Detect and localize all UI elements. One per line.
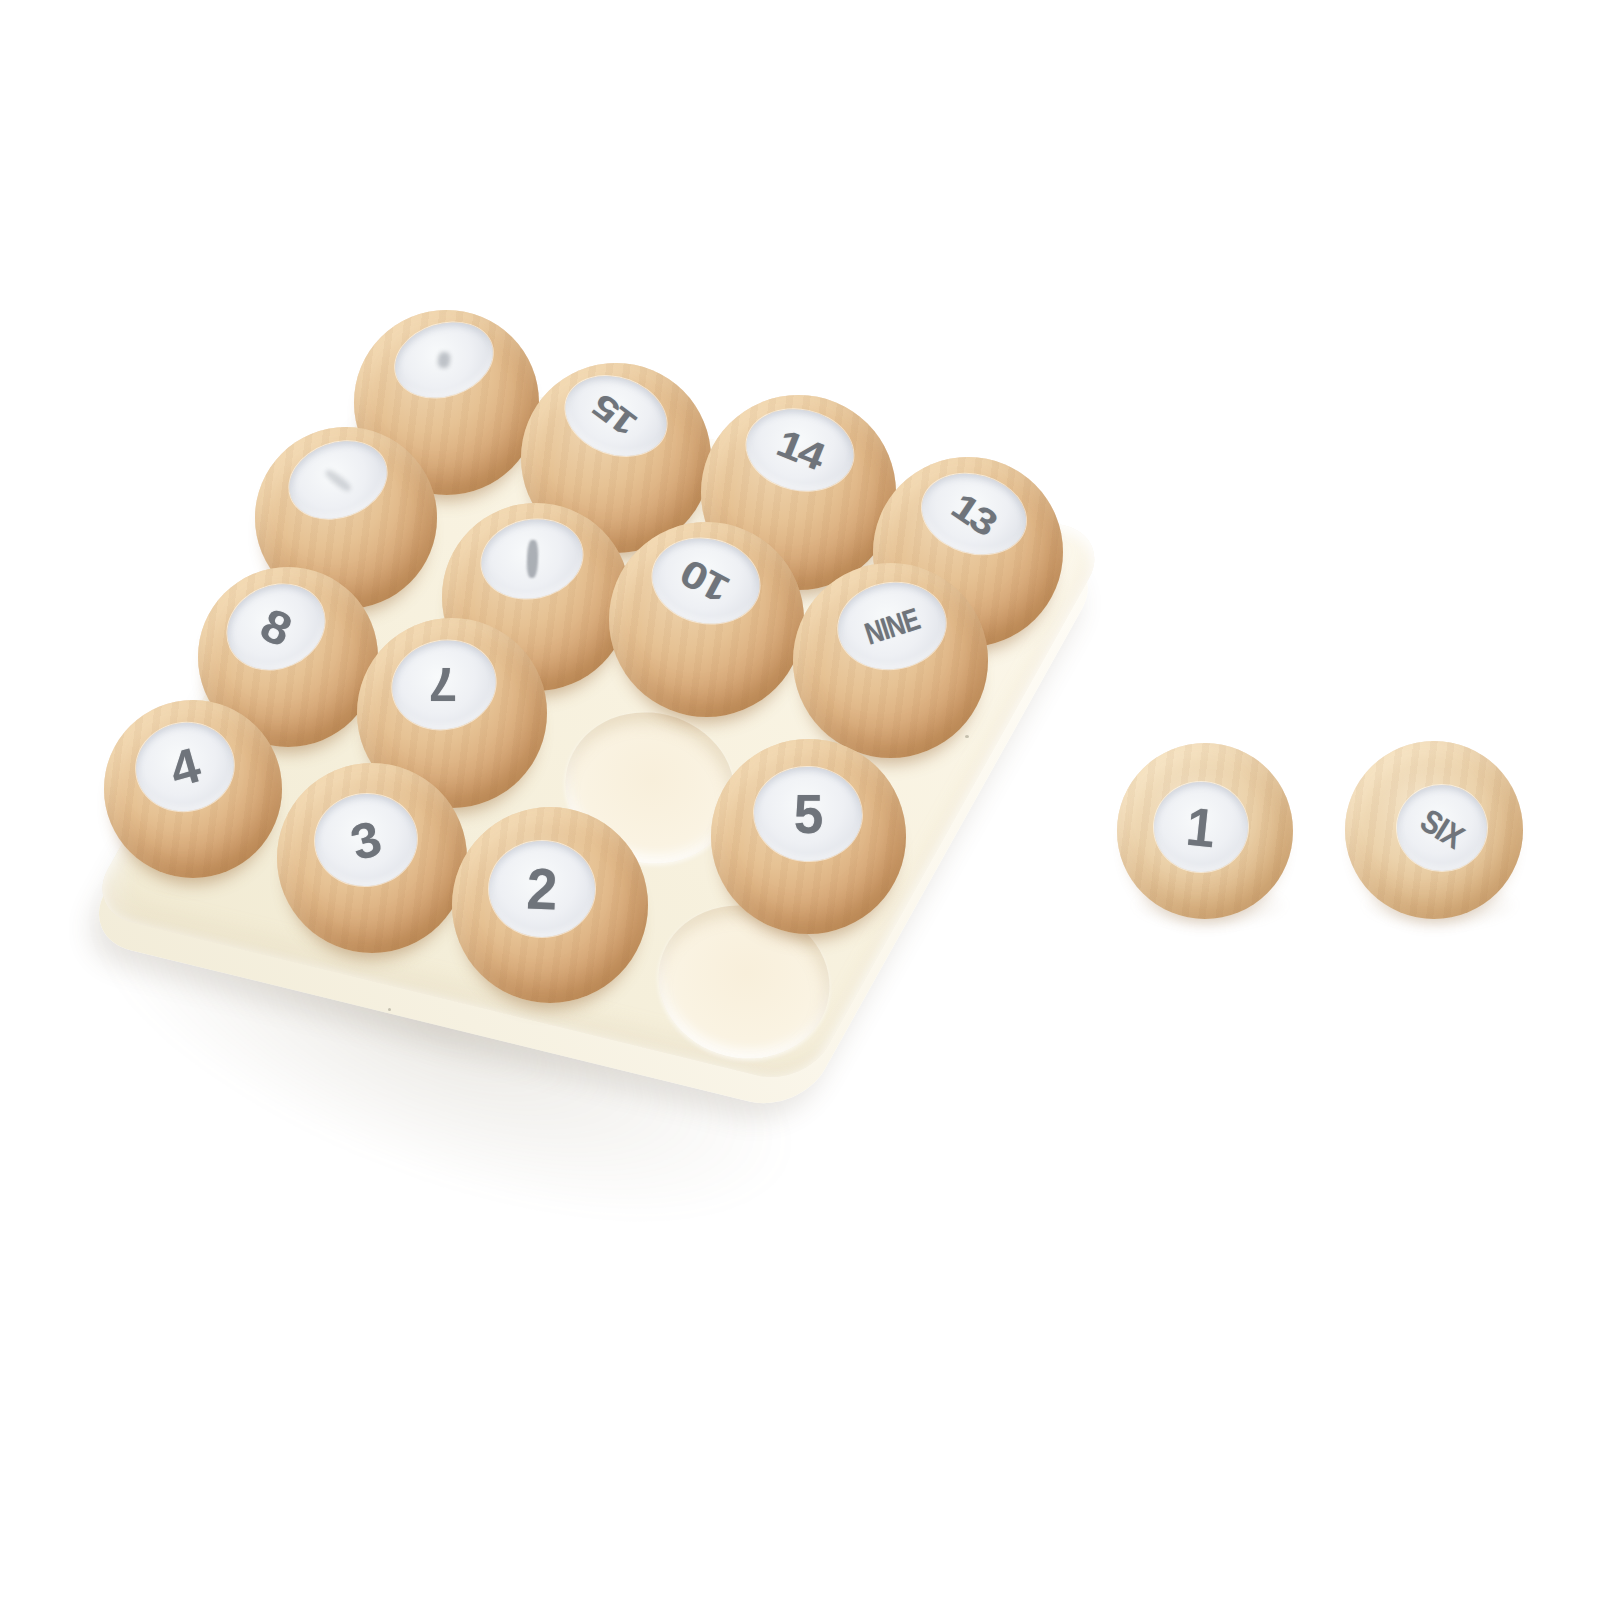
ball-2-number: 2 [526, 859, 558, 918]
ball-unreadable-2-label [278, 428, 397, 532]
ball-unreadable-3-label [474, 510, 590, 608]
ball-10-label: 10 [644, 529, 767, 634]
ball-5-label: 5 [751, 763, 865, 864]
ball-3-number: 3 [346, 812, 386, 867]
ball-six[interactable]: SIX [1345, 741, 1523, 919]
ball-14-label: 14 [739, 400, 861, 501]
glare-smudge [526, 540, 538, 578]
ball-15-label: 15 [554, 363, 678, 470]
ball-14-number: 14 [772, 424, 828, 476]
ball-3-label: 3 [310, 789, 421, 891]
ball-nine[interactable]: NINE [793, 563, 988, 758]
glare-smudge [323, 467, 352, 493]
ball-8-label: 8 [214, 569, 339, 685]
ball-5-number: 5 [794, 786, 823, 842]
ball-2-label: 2 [489, 841, 595, 937]
ball-1-label: 1 [1154, 782, 1248, 872]
ball-10[interactable]: 10 [609, 522, 804, 717]
ball-six-number: SIX [1415, 803, 1469, 854]
ball-4-label: 4 [129, 715, 241, 819]
dust-speck [965, 735, 969, 738]
ball-1[interactable]: 1 [1117, 743, 1293, 919]
ball-2[interactable]: 2 [452, 807, 648, 1003]
ball-8-number: 8 [254, 600, 297, 654]
ball-3[interactable]: 3 [277, 763, 467, 953]
ball-nine-number: NINE [861, 603, 923, 649]
dust-speck [388, 1008, 391, 1011]
ball-7-label: 7 [384, 631, 504, 739]
ball-unreadable-1-label [385, 310, 502, 409]
ball-six-label: SIX [1397, 785, 1487, 871]
ball-10-number: 10 [676, 553, 735, 609]
glare-smudge [437, 351, 451, 368]
ball-13-number: 13 [946, 487, 1002, 542]
ball-15-number: 15 [589, 390, 643, 442]
ball-5[interactable]: 5 [711, 739, 906, 934]
ball-13-label: 13 [912, 462, 1035, 566]
ball-1-number: 1 [1184, 799, 1217, 856]
ball-nine-label: NINE [833, 576, 952, 676]
ball-4[interactable]: 4 [104, 700, 282, 878]
ball-7-number: 7 [430, 661, 458, 710]
ball-4-number: 4 [165, 739, 205, 794]
product-photo-scene: 15 14 13 10 NINE 8 [0, 0, 1600, 1600]
